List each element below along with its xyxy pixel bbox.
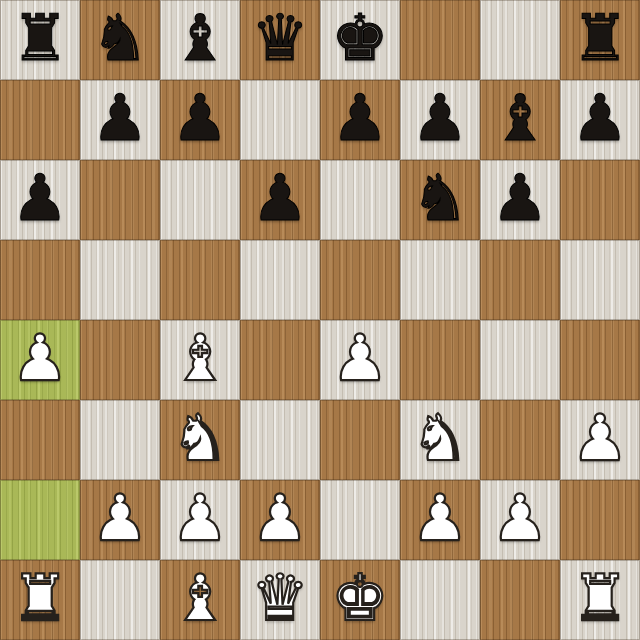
square-a1[interactable]: ♜ (0, 560, 80, 640)
square-h3[interactable]: ♟ (560, 400, 640, 480)
square-d4[interactable] (240, 320, 320, 400)
square-f7[interactable]: ♟ (400, 80, 480, 160)
square-f8[interactable] (400, 0, 480, 80)
square-h4[interactable] (560, 320, 640, 400)
square-h7[interactable]: ♟ (560, 80, 640, 160)
white-pawn[interactable]: ♟ (331, 326, 388, 390)
white-pawn[interactable]: ♟ (491, 486, 548, 550)
square-d6[interactable]: ♟ (240, 160, 320, 240)
square-e2[interactable] (320, 480, 400, 560)
black-knight[interactable]: ♞ (91, 6, 148, 70)
square-f5[interactable] (400, 240, 480, 320)
square-f6[interactable]: ♞ (400, 160, 480, 240)
square-g4[interactable] (480, 320, 560, 400)
square-d1[interactable]: ♛ (240, 560, 320, 640)
square-g3[interactable] (480, 400, 560, 480)
square-c3[interactable]: ♞ (160, 400, 240, 480)
square-a7[interactable] (0, 80, 80, 160)
square-d5[interactable] (240, 240, 320, 320)
square-g8[interactable] (480, 0, 560, 80)
square-g6[interactable]: ♟ (480, 160, 560, 240)
white-queen[interactable]: ♛ (251, 566, 308, 630)
square-h2[interactable] (560, 480, 640, 560)
black-rook[interactable]: ♜ (571, 6, 628, 70)
black-king[interactable]: ♚ (331, 6, 388, 70)
square-b2[interactable]: ♟ (80, 480, 160, 560)
white-pawn[interactable]: ♟ (411, 486, 468, 550)
square-c5[interactable] (160, 240, 240, 320)
square-b3[interactable] (80, 400, 160, 480)
square-b5[interactable] (80, 240, 160, 320)
square-h5[interactable] (560, 240, 640, 320)
square-h1[interactable]: ♜ (560, 560, 640, 640)
square-a4[interactable]: ♟ (0, 320, 80, 400)
square-h8[interactable]: ♜ (560, 0, 640, 80)
white-pawn[interactable]: ♟ (11, 326, 68, 390)
square-b1[interactable] (80, 560, 160, 640)
square-c8[interactable]: ♝ (160, 0, 240, 80)
black-pawn[interactable]: ♟ (571, 86, 628, 150)
square-e7[interactable]: ♟ (320, 80, 400, 160)
square-a2[interactable] (0, 480, 80, 560)
square-g7[interactable]: ♝ (480, 80, 560, 160)
square-c1[interactable]: ♝ (160, 560, 240, 640)
square-c7[interactable]: ♟ (160, 80, 240, 160)
black-bishop[interactable]: ♝ (171, 6, 228, 70)
white-knight[interactable]: ♞ (411, 406, 468, 470)
square-a8[interactable]: ♜ (0, 0, 80, 80)
white-king[interactable]: ♚ (331, 566, 388, 630)
square-e4[interactable]: ♟ (320, 320, 400, 400)
black-queen[interactable]: ♛ (251, 6, 308, 70)
black-pawn[interactable]: ♟ (91, 86, 148, 150)
black-pawn[interactable]: ♟ (251, 166, 308, 230)
square-g5[interactable] (480, 240, 560, 320)
white-pawn[interactable]: ♟ (91, 486, 148, 550)
black-pawn[interactable]: ♟ (331, 86, 388, 150)
black-knight[interactable]: ♞ (411, 166, 468, 230)
square-f3[interactable]: ♞ (400, 400, 480, 480)
white-pawn[interactable]: ♟ (251, 486, 308, 550)
white-knight[interactable]: ♞ (171, 406, 228, 470)
white-pawn[interactable]: ♟ (571, 406, 628, 470)
square-c2[interactable]: ♟ (160, 480, 240, 560)
white-bishop[interactable]: ♝ (171, 326, 228, 390)
square-a6[interactable]: ♟ (0, 160, 80, 240)
black-pawn[interactable]: ♟ (491, 166, 548, 230)
black-pawn[interactable]: ♟ (11, 166, 68, 230)
black-pawn[interactable]: ♟ (411, 86, 468, 150)
square-g1[interactable] (480, 560, 560, 640)
square-b7[interactable]: ♟ (80, 80, 160, 160)
square-b8[interactable]: ♞ (80, 0, 160, 80)
square-d2[interactable]: ♟ (240, 480, 320, 560)
square-e6[interactable] (320, 160, 400, 240)
black-rook[interactable]: ♜ (11, 6, 68, 70)
square-b6[interactable] (80, 160, 160, 240)
black-bishop[interactable]: ♝ (491, 86, 548, 150)
chess-board: ♜♞♝♛♚♜♟♟♟♟♝♟♟♟♞♟♟♝♟♞♞♟♟♟♟♟♟♜♝♛♚♜ (0, 0, 640, 640)
square-c6[interactable] (160, 160, 240, 240)
white-pawn[interactable]: ♟ (171, 486, 228, 550)
square-c4[interactable]: ♝ (160, 320, 240, 400)
black-pawn[interactable]: ♟ (171, 86, 228, 150)
square-f4[interactable] (400, 320, 480, 400)
white-rook[interactable]: ♜ (571, 566, 628, 630)
square-g2[interactable]: ♟ (480, 480, 560, 560)
square-d8[interactable]: ♛ (240, 0, 320, 80)
square-d7[interactable] (240, 80, 320, 160)
square-f2[interactable]: ♟ (400, 480, 480, 560)
square-f1[interactable] (400, 560, 480, 640)
square-e1[interactable]: ♚ (320, 560, 400, 640)
square-e5[interactable] (320, 240, 400, 320)
white-bishop[interactable]: ♝ (171, 566, 228, 630)
square-h6[interactable] (560, 160, 640, 240)
white-rook[interactable]: ♜ (11, 566, 68, 630)
square-a5[interactable] (0, 240, 80, 320)
square-d3[interactable] (240, 400, 320, 480)
square-e8[interactable]: ♚ (320, 0, 400, 80)
square-b4[interactable] (80, 320, 160, 400)
square-a3[interactable] (0, 400, 80, 480)
square-e3[interactable] (320, 400, 400, 480)
